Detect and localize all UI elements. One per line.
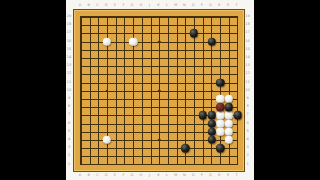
coord-label: F xyxy=(122,3,124,7)
coord-label: A xyxy=(79,173,81,177)
coord-label: P xyxy=(201,173,203,177)
coord-label: O xyxy=(192,3,195,7)
coord-label: N xyxy=(183,3,186,7)
coord-label: 15 xyxy=(67,47,71,51)
coord-label: 2 xyxy=(246,153,248,157)
coord-label: 9 xyxy=(68,96,70,100)
video-frame: AABBCCDDEEFFGGHHJJKKLLMMNNOOPPQQRRSSTT11… xyxy=(0,0,320,180)
coord-label: 3 xyxy=(246,145,248,149)
go-board[interactable] xyxy=(73,9,245,172)
coord-label: 18 xyxy=(245,22,249,26)
coord-label: S xyxy=(227,173,229,177)
coord-label: 15 xyxy=(245,47,249,51)
coord-label: 11 xyxy=(67,80,71,84)
coord-label: 19 xyxy=(67,14,71,18)
coord-label: T xyxy=(236,173,238,177)
coord-label: N xyxy=(183,173,186,177)
coord-label: 1 xyxy=(246,162,248,166)
coord-label: 5 xyxy=(246,129,248,133)
coord-label: 10 xyxy=(245,88,249,92)
coord-label: 14 xyxy=(67,55,71,59)
coord-label: 10 xyxy=(67,88,71,92)
coord-label: J xyxy=(149,3,150,7)
goban-panel: AABBCCDDEEFFGGHHJJKKLLMMNNOOPPQQRRSSTT11… xyxy=(66,0,254,180)
coord-label: D xyxy=(105,173,108,177)
coord-label: C xyxy=(96,173,98,177)
coord-label: 17 xyxy=(245,30,249,34)
coord-label: 5 xyxy=(68,129,70,133)
coord-label: 14 xyxy=(245,55,249,59)
coord-label: 4 xyxy=(68,137,70,141)
stone-black-T7[interactable] xyxy=(233,111,241,119)
coord-label: R xyxy=(218,173,220,177)
coord-label: M xyxy=(174,173,177,177)
coord-label: K xyxy=(157,173,159,177)
coord-label: H xyxy=(140,3,143,7)
coord-label: Q xyxy=(209,173,212,177)
coord-label: S xyxy=(227,3,229,7)
coord-label: G xyxy=(131,3,134,7)
coord-label: T xyxy=(236,3,238,7)
coord-label: E xyxy=(114,173,116,177)
coord-label: P xyxy=(201,3,203,7)
coord-label: K xyxy=(157,3,159,7)
coord-label: 1 xyxy=(68,162,70,166)
coord-label: 12 xyxy=(67,71,71,75)
coord-label: 19 xyxy=(245,14,249,18)
coord-label: 18 xyxy=(67,22,71,26)
coord-label: 4 xyxy=(246,137,248,141)
coord-label: 13 xyxy=(67,63,71,67)
coord-label: H xyxy=(140,173,143,177)
coord-label: G xyxy=(131,173,134,177)
coord-label: B xyxy=(87,3,89,7)
coord-label: A xyxy=(79,3,81,7)
coord-label: 7 xyxy=(246,112,248,116)
coord-label: 2 xyxy=(68,153,70,157)
coord-label: 8 xyxy=(246,104,248,108)
coord-label: C xyxy=(96,3,98,7)
coord-label: 11 xyxy=(245,80,249,84)
coord-label: M xyxy=(174,3,177,7)
coord-label: 13 xyxy=(245,63,249,67)
coord-label: 16 xyxy=(245,39,249,43)
coord-label: 17 xyxy=(67,30,71,34)
coord-label: B xyxy=(87,173,89,177)
coord-label: L xyxy=(166,173,168,177)
coord-label: 7 xyxy=(68,112,70,116)
coord-label: 8 xyxy=(68,104,70,108)
coord-label: 12 xyxy=(245,71,249,75)
coord-label: 6 xyxy=(68,121,70,125)
coord-label: R xyxy=(218,3,220,7)
coord-label: O xyxy=(192,173,195,177)
coord-label: 6 xyxy=(246,121,248,125)
coord-label: 3 xyxy=(68,145,70,149)
coord-label: E xyxy=(114,3,116,7)
coord-label: Q xyxy=(209,3,212,7)
coord-label: F xyxy=(122,173,124,177)
coord-label: J xyxy=(149,173,150,177)
coord-label: D xyxy=(105,3,108,7)
coord-label: 16 xyxy=(67,39,71,43)
coord-label: 9 xyxy=(246,96,248,100)
coord-label: L xyxy=(166,3,168,7)
